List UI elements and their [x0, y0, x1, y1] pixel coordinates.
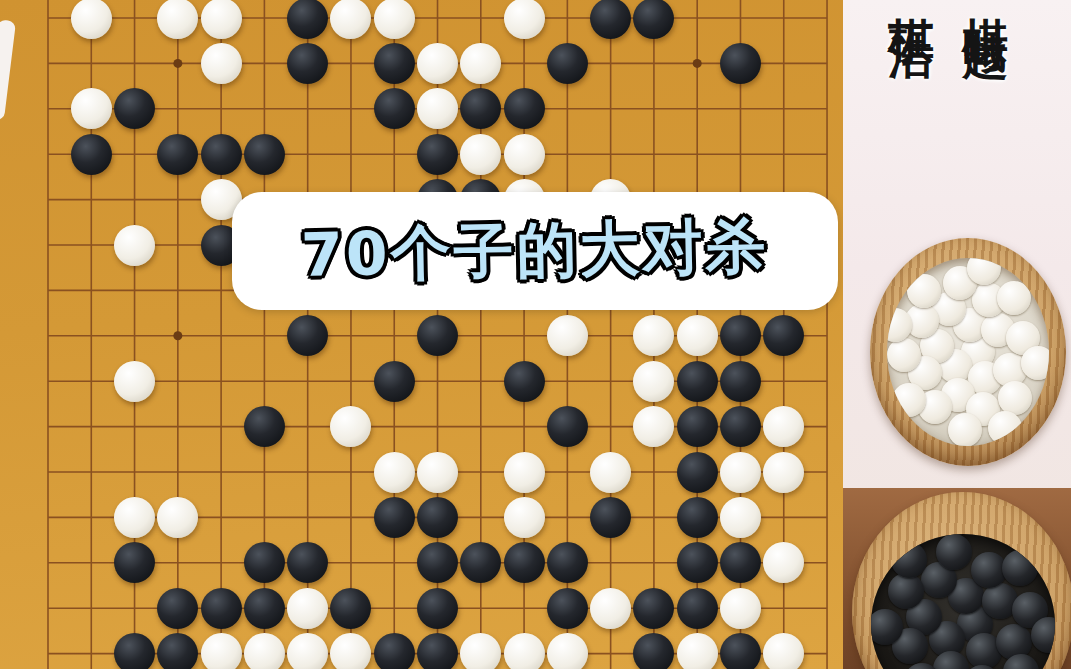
player-caption-right: 棋时越 [955, 0, 1017, 4]
black-stone [720, 43, 761, 84]
caption-overlay-text: 70个子的大对杀 [300, 206, 769, 297]
white-stone [71, 88, 112, 129]
black-stone [201, 588, 242, 629]
white-stone [71, 0, 112, 39]
black-bowl-stone [936, 534, 972, 570]
white-stone [547, 633, 588, 669]
black-stone [114, 633, 155, 669]
white-stone [633, 361, 674, 402]
black-stone [244, 134, 285, 175]
black-stone [71, 134, 112, 175]
black-bowl-stone [1002, 550, 1038, 586]
black-stone [201, 134, 242, 175]
black-stone [330, 588, 371, 629]
black-stone [633, 588, 674, 629]
white-stone [374, 0, 415, 39]
caption-overlay-box: 70个子的大对杀 [232, 192, 838, 310]
white-stone [201, 43, 242, 84]
black-stone [720, 406, 761, 447]
white-stone [114, 361, 155, 402]
white-stone [417, 452, 458, 493]
white-stone [504, 452, 545, 493]
black-stone [677, 361, 718, 402]
white-stone [504, 633, 545, 669]
black-stone [720, 542, 761, 583]
side-panel: 棋时越 棋丁浩 [843, 0, 1071, 669]
white-stone [201, 0, 242, 39]
black-stone [504, 88, 545, 129]
black-stone [157, 588, 198, 629]
white-bowl-stone [892, 383, 926, 417]
white-stone [114, 497, 155, 538]
white-stone [504, 497, 545, 538]
white-stone [763, 633, 804, 669]
black-stone [590, 0, 631, 39]
black-stone [720, 361, 761, 402]
black-stone [547, 588, 588, 629]
black-stone [374, 497, 415, 538]
black-stone [287, 43, 328, 84]
black-stone [287, 0, 328, 39]
black-stone [504, 542, 545, 583]
black-stone [374, 88, 415, 129]
black-stone [677, 588, 718, 629]
black-stone [677, 542, 718, 583]
white-stone [590, 452, 631, 493]
black-stone [720, 315, 761, 356]
white-bowl-stone [1021, 346, 1049, 380]
black-stone [677, 497, 718, 538]
white-stone [157, 497, 198, 538]
white-stone [720, 497, 761, 538]
white-stone [460, 633, 501, 669]
black-stone [157, 134, 198, 175]
black-stone [417, 497, 458, 538]
white-stone [460, 134, 501, 175]
black-stone [720, 633, 761, 669]
white-stone [504, 0, 545, 39]
white-stone [287, 633, 328, 669]
black-bowl-stone [964, 665, 1000, 669]
black-stone [590, 497, 631, 538]
white-stone-bowl [870, 238, 1066, 466]
black-stone [633, 0, 674, 39]
black-stone [244, 406, 285, 447]
black-bowl-stone [1031, 617, 1055, 653]
white-stone [244, 633, 285, 669]
white-stone [114, 225, 155, 266]
black-stone [417, 134, 458, 175]
white-stone [460, 43, 501, 84]
black-stone [417, 588, 458, 629]
white-stone [677, 315, 718, 356]
black-stone [244, 542, 285, 583]
black-bowl-stone [888, 573, 924, 609]
white-stone [287, 588, 328, 629]
black-stone [374, 361, 415, 402]
white-stone [590, 588, 631, 629]
black-stone [157, 633, 198, 669]
white-stone [720, 588, 761, 629]
go-board [0, 0, 843, 669]
black-stone [633, 633, 674, 669]
white-stone-bowl-stones [887, 258, 1049, 446]
black-bowl-stone [891, 542, 927, 578]
black-stone [417, 633, 458, 669]
white-stone [547, 315, 588, 356]
white-stone [417, 43, 458, 84]
white-bowl-stone [907, 274, 941, 308]
white-stone [201, 633, 242, 669]
black-stone [677, 406, 718, 447]
black-stone [244, 588, 285, 629]
black-stone [547, 542, 588, 583]
black-stone [677, 452, 718, 493]
white-bowl-stone [948, 413, 982, 446]
white-stone [504, 134, 545, 175]
black-stone [374, 633, 415, 669]
white-stone [157, 0, 198, 39]
video-frame: 70个子的大对杀 棋时越 棋丁浩 [0, 0, 1071, 669]
white-stone [720, 452, 761, 493]
white-stone [330, 633, 371, 669]
black-stone [504, 361, 545, 402]
white-stone [763, 452, 804, 493]
white-stone [374, 452, 415, 493]
black-stone [547, 406, 588, 447]
white-bowl-stone [988, 411, 1022, 445]
white-stone [677, 633, 718, 669]
black-stone [374, 43, 415, 84]
white-bowl-stone [997, 281, 1031, 315]
black-stone-bowl-stones [871, 534, 1055, 669]
black-stone [547, 43, 588, 84]
player-caption-left: 棋丁浩 [881, 0, 943, 4]
